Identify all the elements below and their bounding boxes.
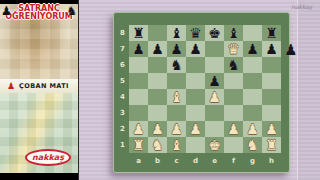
- screenshot: nakkaş SATRANÇ ÖĞRENİYORUM ♟ ♞ ♟ ÇOBAN M…: [0, 0, 320, 180]
- rank-label: 3: [117, 105, 128, 121]
- background-right-panel: [298, 0, 320, 180]
- square-b2[interactable]: ♟: [148, 121, 167, 137]
- square-g7[interactable]: ♟: [243, 41, 262, 57]
- square-g3[interactable]: [243, 105, 262, 121]
- piece-bk[interactable]: ♚: [205, 25, 224, 41]
- piece-wp[interactable]: ♟: [167, 121, 186, 137]
- square-d3[interactable]: [186, 105, 205, 121]
- square-h5[interactable]: [262, 73, 281, 89]
- file-label: b: [148, 154, 167, 168]
- file-label: c: [167, 154, 186, 168]
- square-e2[interactable]: [205, 121, 224, 137]
- square-g2[interactable]: ♟: [243, 121, 262, 137]
- square-b1[interactable]: ♞: [148, 137, 167, 153]
- lesson-title: ÇOBAN MATI: [19, 82, 69, 90]
- square-d2[interactable]: ♟: [186, 121, 205, 137]
- square-f1[interactable]: [224, 137, 243, 153]
- square-e3[interactable]: [205, 105, 224, 121]
- square-h4[interactable]: [262, 89, 281, 105]
- square-a7[interactable]: ♟: [129, 41, 148, 57]
- piece-bp[interactable]: ♟: [167, 41, 186, 57]
- square-e4[interactable]: ♟: [205, 89, 224, 105]
- rank-label: 6: [117, 57, 128, 73]
- piece-bp[interactable]: ♟: [186, 41, 205, 57]
- square-d1[interactable]: [186, 137, 205, 153]
- square-h1[interactable]: ♜: [262, 137, 281, 153]
- square-h3[interactable]: [262, 105, 281, 121]
- file-label: f: [224, 154, 243, 168]
- rank-labels: 8 7 6 5 4 3 2 1: [117, 25, 128, 153]
- square-e6[interactable]: [205, 57, 224, 73]
- square-a1[interactable]: ♜: [129, 137, 148, 153]
- square-e7[interactable]: [205, 41, 224, 57]
- file-label: h: [262, 154, 281, 168]
- square-b7[interactable]: ♟: [148, 41, 167, 57]
- piece-bq[interactable]: ♛: [186, 25, 205, 41]
- square-d5[interactable]: [186, 73, 205, 89]
- file-label: e: [205, 154, 224, 168]
- piece-wp[interactable]: ♟: [262, 121, 281, 137]
- file-label: d: [186, 154, 205, 168]
- square-d6[interactable]: [186, 57, 205, 73]
- square-h8[interactable]: ♜: [262, 25, 281, 41]
- publisher-logo-text: nakkaş: [32, 154, 64, 162]
- piece-bb[interactable]: ♝: [167, 25, 186, 41]
- piece-wk[interactable]: ♚: [205, 137, 224, 153]
- square-d4[interactable]: [186, 89, 205, 105]
- square-b6[interactable]: [148, 57, 167, 73]
- piece-wn[interactable]: ♞: [243, 137, 262, 153]
- book-cover: SATRANÇ ÖĞRENİYORUM ♟ ♞ ♟ ÇOBAN MATI ♚ ♟…: [0, 0, 79, 180]
- square-f4[interactable]: [224, 89, 243, 105]
- square-c4[interactable]: ♝: [167, 89, 186, 105]
- square-f2[interactable]: ♟: [224, 121, 243, 137]
- piece-bp[interactable]: ♟: [262, 41, 281, 57]
- piece-bb[interactable]: ♝: [224, 25, 243, 41]
- square-h7[interactable]: ♟: [262, 41, 281, 57]
- lesson-banner: ♟ ÇOBAN MATI: [0, 79, 78, 93]
- square-g1[interactable]: ♞: [243, 137, 262, 153]
- piece-wq[interactable]: ♛: [224, 41, 243, 57]
- square-c6[interactable]: ♞: [167, 57, 186, 73]
- square-e1[interactable]: ♚: [205, 137, 224, 153]
- piece-wb[interactable]: ♝: [167, 137, 186, 153]
- piece-wp[interactable]: ♟: [148, 121, 167, 137]
- rank-label: 5: [117, 73, 128, 89]
- piece-wp[interactable]: ♟: [129, 121, 148, 137]
- file-label: a: [129, 154, 148, 168]
- piece-wp[interactable]: ♟: [186, 121, 205, 137]
- square-a2[interactable]: ♟: [129, 121, 148, 137]
- square-h2[interactable]: ♟: [262, 121, 281, 137]
- square-b5[interactable]: [148, 73, 167, 89]
- square-f7[interactable]: ♛: [224, 41, 243, 57]
- piece-bp[interactable]: ♟: [243, 41, 262, 57]
- square-d8[interactable]: ♛: [186, 25, 205, 41]
- square-c2[interactable]: ♟: [167, 121, 186, 137]
- square-f5[interactable]: [224, 73, 243, 89]
- square-g5[interactable]: [243, 73, 262, 89]
- file-labels: a b c d e f g h: [129, 154, 281, 168]
- rank-label: 4: [117, 89, 128, 105]
- square-b8[interactable]: [148, 25, 167, 41]
- piece-wp[interactable]: ♟: [243, 121, 262, 137]
- rank-label: 7: [117, 41, 128, 57]
- square-c3[interactable]: [167, 105, 186, 121]
- piece-br[interactable]: ♜: [262, 25, 281, 41]
- rank-label: 8: [117, 25, 128, 41]
- square-c8[interactable]: ♝: [167, 25, 186, 41]
- square-c7[interactable]: ♟: [167, 41, 186, 57]
- piece-bn[interactable]: ♞: [167, 57, 186, 73]
- rank-label: 1: [117, 137, 128, 153]
- red-pawn-icon: ♟: [7, 82, 15, 91]
- piece-wb[interactable]: ♝: [167, 89, 186, 105]
- square-b3[interactable]: [148, 105, 167, 121]
- square-e5[interactable]: ♟: [205, 73, 224, 89]
- captured-black-pawn: ♟: [284, 41, 297, 59]
- square-e8[interactable]: ♚: [205, 25, 224, 41]
- piece-bp[interactable]: ♟: [148, 41, 167, 57]
- square-a8[interactable]: ♜: [129, 25, 148, 41]
- square-d7[interactable]: ♟: [186, 41, 205, 57]
- square-c1[interactable]: ♝: [167, 137, 186, 153]
- square-f8[interactable]: ♝: [224, 25, 243, 41]
- piece-br[interactable]: ♜: [129, 25, 148, 41]
- square-a6[interactable]: [129, 57, 148, 73]
- watermark-logo: nakkaş: [291, 3, 312, 10]
- piece-bp[interactable]: ♟: [205, 73, 224, 89]
- piece-bp[interactable]: ♟: [129, 41, 148, 57]
- piece-wp[interactable]: ♟: [224, 121, 243, 137]
- square-f3[interactable]: [224, 105, 243, 121]
- square-h6[interactable]: [262, 57, 281, 73]
- square-g8[interactable]: [243, 25, 262, 41]
- piece-wp[interactable]: ♟: [205, 89, 224, 105]
- square-c5[interactable]: [167, 73, 186, 89]
- piece-wn[interactable]: ♞: [148, 137, 167, 153]
- square-g6[interactable]: [243, 57, 262, 73]
- square-a5[interactable]: [129, 73, 148, 89]
- square-b4[interactable]: [148, 89, 167, 105]
- piece-wr[interactable]: ♜: [129, 137, 148, 153]
- square-a3[interactable]: [129, 105, 148, 121]
- board-squares: ♜♝♛♚♝♜♟♟♟♟♛♟♟♞♞♟♝♟♟♟♟♟♟♟♟♜♞♝♚♞♜: [129, 25, 281, 153]
- pawn-icon: ♟: [1, 4, 12, 18]
- file-label: g: [243, 154, 262, 168]
- square-g4[interactable]: [243, 89, 262, 105]
- chess-board-panel: 8 7 6 5 4 3 2 1 ♜♝♛♚♝♜♟♟♟♟♛♟♟♞♞♟♝♟♟♟♟♟♟♟…: [113, 12, 290, 173]
- square-a4[interactable]: [129, 89, 148, 105]
- rank-label: 2: [117, 121, 128, 137]
- cover-bottom-bar: [0, 173, 78, 180]
- piece-bn[interactable]: ♞: [224, 57, 243, 73]
- publisher-logo: nakkaş: [25, 149, 71, 166]
- square-f6[interactable]: ♞: [224, 57, 243, 73]
- piece-wr[interactable]: ♜: [262, 137, 281, 153]
- knight-icon: ♞: [66, 4, 77, 18]
